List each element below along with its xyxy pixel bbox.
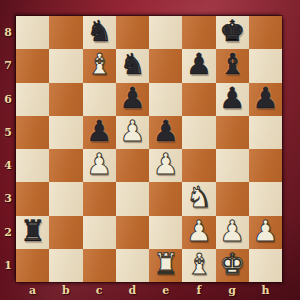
- square-f5[interactable]: [182, 116, 215, 149]
- square-g8[interactable]: ♚: [216, 16, 249, 49]
- square-b7[interactable]: [49, 49, 82, 82]
- square-g3[interactable]: [216, 182, 249, 215]
- square-d8[interactable]: [116, 16, 149, 49]
- file-label-g: g: [228, 284, 236, 297]
- white-pawn-f2: ♟: [186, 217, 212, 246]
- square-a4[interactable]: [16, 149, 49, 182]
- square-f1[interactable]: ♝: [182, 249, 215, 282]
- square-h1[interactable]: [249, 249, 282, 282]
- file-label-f: f: [197, 284, 202, 297]
- square-f8[interactable]: [182, 16, 215, 49]
- square-b3[interactable]: [49, 182, 82, 215]
- file-label-e: e: [162, 284, 169, 297]
- square-e8[interactable]: [149, 16, 182, 49]
- file-label-c: c: [96, 284, 103, 297]
- square-g2[interactable]: ♟: [216, 216, 249, 249]
- rank-label-7: 7: [4, 59, 12, 72]
- rank-label-8: 8: [4, 26, 12, 39]
- square-g4[interactable]: [216, 149, 249, 182]
- square-h6[interactable]: ♟: [249, 83, 282, 116]
- square-c6[interactable]: [83, 83, 116, 116]
- square-d5[interactable]: ♟: [116, 116, 149, 149]
- rank-labels: 87654321: [0, 16, 16, 282]
- square-c1[interactable]: [83, 249, 116, 282]
- chess-board: ♞♚♝♞♟♝♟♟♟♟♟♟♟♟♞♜♟♟♟♜♝♚: [16, 16, 282, 282]
- square-a2[interactable]: ♜: [16, 216, 49, 249]
- black-knight-d7: ♞: [119, 50, 145, 79]
- square-b1[interactable]: [49, 249, 82, 282]
- square-b6[interactable]: [49, 83, 82, 116]
- square-d6[interactable]: ♟: [116, 83, 149, 116]
- white-pawn-d5: ♟: [119, 117, 145, 146]
- square-a5[interactable]: [16, 116, 49, 149]
- square-g5[interactable]: [216, 116, 249, 149]
- square-d1[interactable]: [116, 249, 149, 282]
- square-d4[interactable]: [116, 149, 149, 182]
- rank-label-2: 2: [4, 226, 12, 239]
- file-label-b: b: [62, 284, 70, 297]
- black-pawn-g6: ♟: [219, 84, 245, 113]
- rank-label-4: 4: [4, 159, 12, 172]
- square-c3[interactable]: [83, 182, 116, 215]
- square-e6[interactable]: [149, 83, 182, 116]
- square-h3[interactable]: [249, 182, 282, 215]
- file-label-d: d: [129, 284, 137, 297]
- rank-label-3: 3: [4, 192, 12, 205]
- white-knight-f3: ♞: [186, 183, 212, 212]
- white-pawn-h2: ♟: [252, 217, 278, 246]
- black-king-g8: ♚: [219, 17, 245, 46]
- square-e4[interactable]: ♟: [149, 149, 182, 182]
- square-h8[interactable]: [249, 16, 282, 49]
- square-f2[interactable]: ♟: [182, 216, 215, 249]
- square-h2[interactable]: ♟: [249, 216, 282, 249]
- square-b2[interactable]: [49, 216, 82, 249]
- square-e3[interactable]: [149, 182, 182, 215]
- square-a6[interactable]: [16, 83, 49, 116]
- black-bishop-g7: ♝: [219, 50, 245, 79]
- square-c5[interactable]: ♟: [83, 116, 116, 149]
- square-f6[interactable]: [182, 83, 215, 116]
- square-c8[interactable]: ♞: [83, 16, 116, 49]
- black-pawn-f7: ♟: [186, 50, 212, 79]
- square-d2[interactable]: [116, 216, 149, 249]
- square-h5[interactable]: [249, 116, 282, 149]
- white-king-g1: ♚: [219, 250, 245, 279]
- square-f3[interactable]: ♞: [182, 182, 215, 215]
- square-c7[interactable]: ♝: [83, 49, 116, 82]
- square-h7[interactable]: [249, 49, 282, 82]
- black-pawn-h6: ♟: [252, 84, 278, 113]
- square-a7[interactable]: [16, 49, 49, 82]
- square-e1[interactable]: ♜: [149, 249, 182, 282]
- square-d3[interactable]: [116, 182, 149, 215]
- square-g6[interactable]: ♟: [216, 83, 249, 116]
- rank-label-5: 5: [4, 126, 12, 139]
- square-b5[interactable]: [49, 116, 82, 149]
- square-a8[interactable]: [16, 16, 49, 49]
- square-h4[interactable]: [249, 149, 282, 182]
- square-c2[interactable]: [83, 216, 116, 249]
- square-d7[interactable]: ♞: [116, 49, 149, 82]
- file-label-a: a: [29, 284, 36, 297]
- square-b8[interactable]: [49, 16, 82, 49]
- white-bishop-f1: ♝: [186, 250, 212, 279]
- rank-label-1: 1: [4, 259, 12, 272]
- white-pawn-c4: ♟: [86, 150, 112, 179]
- rank-label-6: 6: [4, 93, 12, 106]
- black-pawn-c5: ♟: [86, 117, 112, 146]
- square-e2[interactable]: [149, 216, 182, 249]
- square-e7[interactable]: [149, 49, 182, 82]
- white-pawn-g2: ♟: [219, 217, 245, 246]
- white-rook-e1: ♜: [153, 250, 179, 279]
- file-labels: abcdefgh: [16, 281, 282, 300]
- square-a1[interactable]: [16, 249, 49, 282]
- black-pawn-d6: ♟: [119, 84, 145, 113]
- black-rook-a2: ♜: [20, 217, 46, 246]
- square-a3[interactable]: [16, 182, 49, 215]
- square-c4[interactable]: ♟: [83, 149, 116, 182]
- black-pawn-e5: ♟: [153, 117, 179, 146]
- file-label-h: h: [261, 284, 269, 297]
- square-g1[interactable]: ♚: [216, 249, 249, 282]
- chess-diagram: 87654321 ♞♚♝♞♟♝♟♟♟♟♟♟♟♟♞♜♟♟♟♜♝♚ abcdefgh: [0, 0, 300, 300]
- black-knight-c8: ♞: [86, 17, 112, 46]
- square-b4[interactable]: [49, 149, 82, 182]
- square-g7[interactable]: ♝: [216, 49, 249, 82]
- square-e5[interactable]: ♟: [149, 116, 182, 149]
- white-pawn-e4: ♟: [153, 150, 179, 179]
- square-f4[interactable]: [182, 149, 215, 182]
- white-bishop-c7: ♝: [86, 50, 112, 79]
- square-f7[interactable]: ♟: [182, 49, 215, 82]
